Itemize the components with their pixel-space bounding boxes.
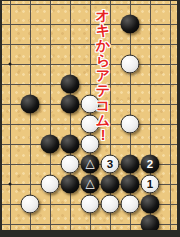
annotation-text: オキからアテコム! <box>94 8 112 143</box>
annotation-char: キ <box>96 23 110 38</box>
annotation-char: ム <box>96 113 110 128</box>
diagram-frame <box>0 0 180 237</box>
annotation-char: テ <box>96 83 110 98</box>
annotation-char: ら <box>96 53 110 68</box>
annotation-char: コ <box>96 98 110 113</box>
annotation-char: か <box>96 38 110 53</box>
annotation-char: オ <box>96 8 110 23</box>
annotation-char: ! <box>101 128 106 143</box>
annotation-char: ア <box>96 68 110 83</box>
go-diagram: △2△31 オキからアテコム! <box>0 0 180 237</box>
